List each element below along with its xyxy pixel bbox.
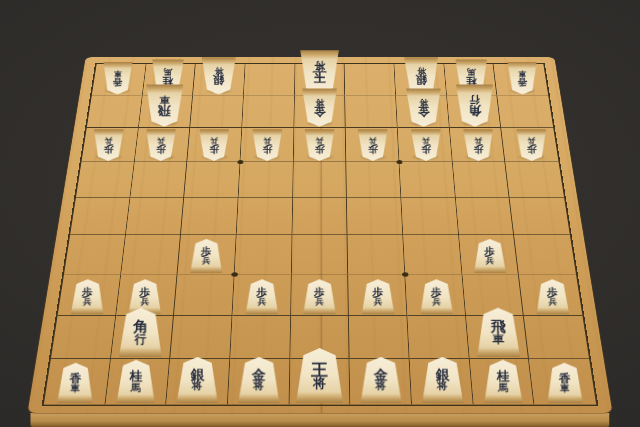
shogi-piece-sente-pawn[interactable]: 歩兵 [303,279,337,314]
square-3-9: 銀将 [410,359,474,405]
shogi-piece-sente-pawn[interactable]: 歩兵 [190,239,223,273]
shogi-piece-gote-lance[interactable]: 香車 [102,62,133,94]
shogi-piece-gote-silver[interactable]: 銀将 [201,57,237,94]
board-cell-9-6[interactable] [64,235,126,274]
piece-face: 香車 [56,363,94,403]
piece-face: 飛車 [145,85,184,127]
square-9-7: 歩兵 [58,274,121,315]
piece-face: 歩兵 [93,129,124,161]
square-6-3: 歩兵 [240,128,294,162]
square-8-9: 桂馬 [105,359,170,405]
piece-face: 歩兵 [303,279,337,314]
square-5-9: 王将 [289,359,350,405]
square-4-7: 歩兵 [348,274,407,315]
piece-face: 銀将 [176,357,219,403]
square-2-2: 角行 [447,95,502,128]
square-3-2: 金将 [396,95,450,128]
piece-face: 歩兵 [361,279,395,314]
square-4-3: 歩兵 [346,128,400,162]
shogi-piece-sente-king[interactable]: 王将 [296,348,345,403]
shogi-piece-sente-knight[interactable]: 桂馬 [116,360,156,403]
square-3-7: 歩兵 [405,274,465,315]
piece-face: 王将 [296,348,345,403]
shogi-piece-gote-pawn[interactable]: 歩兵 [410,129,441,161]
board-cell-3-5[interactable] [401,198,458,235]
shogi-piece-gote-pawn[interactable]: 歩兵 [93,129,124,161]
shogi-piece-gote-gold[interactable]: 金将 [405,89,441,127]
board-cell-7-7[interactable] [174,274,234,315]
square-7-9: 銀将 [167,359,231,405]
board-cell-9-4[interactable] [76,162,135,198]
square-3-3: 歩兵 [398,128,453,162]
piece-face: 歩兵 [190,239,223,273]
shogi-piece-gote-bishop[interactable]: 角行 [456,85,495,127]
shogi-piece-sente-silver[interactable]: 銀将 [421,357,464,403]
piece-face: 歩兵 [252,129,283,161]
square-8-2: 飛車 [139,95,194,128]
board-cell-7-8[interactable] [170,316,232,359]
square-6-9: 金将 [228,359,290,405]
board-wrapper: 香車桂馬銀将玉将銀将桂馬香車飛車金将金将角行歩兵歩兵歩兵歩兵歩兵歩兵歩兵歩兵歩兵… [28,0,613,413]
board-cell-4-5[interactable] [347,198,403,235]
board-cell-4-2[interactable] [345,95,397,128]
piece-face: 香車 [546,363,584,403]
square-6-7: 歩兵 [233,274,292,315]
board-cell-2-5[interactable] [456,198,515,235]
shogi-piece-sente-lance[interactable]: 香車 [546,363,584,403]
square-9-3: 歩兵 [81,128,138,162]
shogi-piece-sente-gold[interactable]: 金将 [237,357,280,403]
shogi-piece-sente-lance[interactable]: 香車 [56,363,94,403]
shogi-piece-gote-rook[interactable]: 飛車 [145,85,184,127]
shogi-piece-gote-gold[interactable]: 金将 [302,89,338,127]
board-cell-3-6[interactable] [403,235,462,274]
piece-face: 歩兵 [357,129,388,161]
shogi-piece-sente-rook[interactable]: 飛車 [476,308,521,358]
board-cell-4-4[interactable] [347,162,402,198]
shogi-piece-sente-pawn[interactable]: 歩兵 [70,279,105,314]
board-cell-6-8[interactable] [230,316,291,359]
board-cell-1-8[interactable] [524,316,589,359]
board-cell-8-6[interactable] [121,235,181,274]
board-cell-6-5[interactable] [237,198,293,235]
piece-face: 金将 [302,89,338,127]
board-cell-6-6[interactable] [235,235,293,274]
square-9-1: 香車 [92,64,146,95]
shogi-piece-gote-pawn[interactable]: 歩兵 [146,129,177,161]
square-1-9: 香車 [529,359,596,405]
piece-face: 歩兵 [245,279,279,314]
board-cell-1-5[interactable] [510,198,570,235]
shogi-piece-sente-pawn[interactable]: 歩兵 [419,279,453,314]
shogi-piece-gote-pawn[interactable]: 歩兵 [516,129,547,161]
board-cell-3-8[interactable] [407,316,469,359]
piece-face: 桂馬 [116,360,156,403]
square-2-9: 桂馬 [470,359,535,405]
piece-face: 飛車 [476,308,521,358]
shogi-piece-sente-pawn[interactable]: 歩兵 [361,279,395,314]
piece-face: 歩兵 [199,129,230,161]
shogi-piece-sente-gold[interactable]: 金将 [360,357,403,403]
piece-face: 角行 [118,308,163,358]
piece-face: 歩兵 [535,279,570,314]
square-2-3: 歩兵 [450,128,506,162]
board-cell-6-2[interactable] [242,95,294,128]
board-grid: 香車桂馬銀将玉将銀将桂馬香車飛車金将金将角行歩兵歩兵歩兵歩兵歩兵歩兵歩兵歩兵歩兵… [42,63,599,406]
shogi-piece-sente-knight[interactable]: 桂馬 [483,360,523,403]
board-cell-7-4[interactable] [184,162,240,198]
piece-face: 銀将 [201,57,237,94]
shogi-piece-gote-pawn[interactable]: 歩兵 [463,129,494,161]
shogi-piece-gote-pawn[interactable]: 歩兵 [305,129,336,161]
board-cell-8-4[interactable] [130,162,187,198]
piece-face: 歩兵 [473,239,507,273]
shogi-board: 香車桂馬銀将玉将銀将桂馬香車飛車金将金将角行歩兵歩兵歩兵歩兵歩兵歩兵歩兵歩兵歩兵… [28,57,613,413]
square-7-1: 銀将 [193,64,245,95]
board-cell-6-4[interactable] [239,162,294,198]
board-cell-3-4[interactable] [400,162,456,198]
shogi-piece-sente-pawn[interactable]: 歩兵 [535,279,570,314]
board-cell-1-6[interactable] [514,235,576,274]
piece-face: 歩兵 [305,129,336,161]
board-cell-4-8[interactable] [349,316,410,359]
board-cell-9-5[interactable] [70,198,130,235]
shogi-photo-scene: 香車桂馬銀将玉将銀将桂馬香車飛車金将金将角行歩兵歩兵歩兵歩兵歩兵歩兵歩兵歩兵歩兵… [0,0,640,427]
board-cell-7-2[interactable] [190,95,244,128]
piece-face: 桂馬 [483,360,523,403]
board-cell-4-6[interactable] [348,235,406,274]
square-1-3: 歩兵 [501,128,558,162]
board-cell-4-1[interactable] [345,64,396,95]
piece-face: 歩兵 [70,279,105,314]
board-cell-5-4[interactable] [293,162,347,198]
piece-face: 歩兵 [516,129,547,161]
board-front-edge [31,413,610,427]
piece-face: 香車 [507,62,538,94]
board-cell-5-5[interactable] [292,198,348,235]
board-cell-1-2[interactable] [497,95,553,128]
shogi-piece-gote-pawn[interactable]: 歩兵 [252,129,283,161]
square-5-7: 歩兵 [291,274,349,315]
piece-face: 銀将 [421,357,464,403]
piece-face: 角行 [456,85,495,127]
piece-face: 歩兵 [146,129,177,161]
square-9-9: 香車 [44,359,111,405]
board-cell-1-4[interactable] [506,162,565,198]
square-1-1: 香車 [494,64,548,95]
shogi-piece-gote-pawn[interactable]: 歩兵 [357,129,388,161]
board-cell-8-5[interactable] [126,198,185,235]
board-cell-2-4[interactable] [453,162,510,198]
piece-face: 歩兵 [410,129,441,161]
board-cell-7-5[interactable] [181,198,238,235]
shogi-piece-sente-pawn[interactable]: 歩兵 [245,279,279,314]
board-cell-5-6[interactable] [292,235,349,274]
shogi-piece-gote-pawn[interactable]: 歩兵 [199,129,230,161]
piece-face: 香車 [102,62,133,94]
square-5-3: 歩兵 [293,128,346,162]
piece-face: 金将 [405,89,441,127]
piece-face: 歩兵 [419,279,453,314]
piece-face: 歩兵 [463,129,494,161]
board-cell-9-8[interactable] [51,316,116,359]
square-8-3: 歩兵 [134,128,190,162]
shogi-piece-sente-bishop[interactable]: 角行 [118,308,163,358]
piece-face: 金将 [360,357,403,403]
shogi-piece-sente-pawn[interactable]: 歩兵 [473,239,507,273]
square-1-7: 歩兵 [519,274,582,315]
square-5-2: 金将 [294,95,346,128]
shogi-piece-gote-lance[interactable]: 香車 [507,62,538,94]
board-cell-9-2[interactable] [87,95,143,128]
square-4-9: 金将 [350,359,412,405]
piece-face: 金将 [237,357,280,403]
shogi-piece-sente-silver[interactable]: 銀将 [176,357,219,403]
board-cell-6-1[interactable] [244,64,295,95]
square-7-6: 歩兵 [178,235,237,274]
square-7-3: 歩兵 [187,128,242,162]
square-2-6: 歩兵 [459,235,519,274]
